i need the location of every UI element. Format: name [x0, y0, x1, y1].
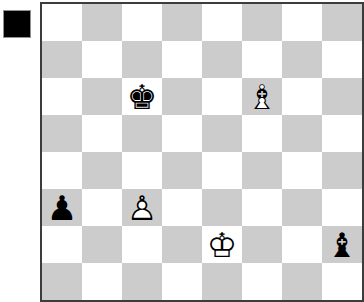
square-b8[interactable]: [82, 4, 122, 41]
square-f1[interactable]: [242, 263, 282, 300]
square-h7[interactable]: [322, 41, 362, 78]
square-c3[interactable]: ♟♙: [122, 189, 162, 226]
square-c5[interactable]: [122, 115, 162, 152]
square-g3[interactable]: [282, 189, 322, 226]
square-e6[interactable]: [202, 78, 242, 115]
square-h2[interactable]: ♝: [322, 226, 362, 263]
square-a2[interactable]: [42, 226, 82, 263]
square-f5[interactable]: [242, 115, 282, 152]
white-pawn-outline: ♙: [122, 189, 162, 226]
chess-diagram: ♚♝♗♟♟♙♚♔♝: [0, 0, 364, 302]
square-a6[interactable]: [42, 78, 82, 115]
square-e2[interactable]: ♚♔: [202, 226, 242, 263]
white-king-icon: ♚♔: [202, 226, 242, 263]
square-b4[interactable]: [82, 152, 122, 189]
white-bishop-icon: ♝♗: [242, 78, 282, 115]
square-d8[interactable]: [162, 4, 202, 41]
white-king-outline: ♔: [202, 226, 242, 263]
square-e3[interactable]: [202, 189, 242, 226]
square-a4[interactable]: [42, 152, 82, 189]
square-a1[interactable]: [42, 263, 82, 300]
black-pawn-icon: ♟: [42, 189, 82, 226]
square-d3[interactable]: [162, 189, 202, 226]
square-g7[interactable]: [282, 41, 322, 78]
square-b1[interactable]: [82, 263, 122, 300]
square-a8[interactable]: [42, 4, 82, 41]
square-d1[interactable]: [162, 263, 202, 300]
square-e1[interactable]: [202, 263, 242, 300]
square-f8[interactable]: [242, 4, 282, 41]
chess-board: ♚♝♗♟♟♙♚♔♝: [40, 2, 364, 302]
square-h5[interactable]: [322, 115, 362, 152]
square-f7[interactable]: [242, 41, 282, 78]
square-a7[interactable]: [42, 41, 82, 78]
square-g4[interactable]: [282, 152, 322, 189]
square-h1[interactable]: [322, 263, 362, 300]
square-e8[interactable]: [202, 4, 242, 41]
square-d4[interactable]: [162, 152, 202, 189]
square-g8[interactable]: [282, 4, 322, 41]
square-g2[interactable]: [282, 226, 322, 263]
white-pawn-icon: ♟♙: [122, 189, 162, 226]
square-d5[interactable]: [162, 115, 202, 152]
square-c1[interactable]: [122, 263, 162, 300]
square-d7[interactable]: [162, 41, 202, 78]
square-h4[interactable]: [322, 152, 362, 189]
square-d6[interactable]: [162, 78, 202, 115]
square-e7[interactable]: [202, 41, 242, 78]
black-bishop-icon: ♝: [322, 226, 362, 263]
square-f3[interactable]: [242, 189, 282, 226]
square-c2[interactable]: [122, 226, 162, 263]
square-a3[interactable]: ♟: [42, 189, 82, 226]
square-c4[interactable]: [122, 152, 162, 189]
square-e5[interactable]: [202, 115, 242, 152]
square-b6[interactable]: [82, 78, 122, 115]
square-g1[interactable]: [282, 263, 322, 300]
square-e4[interactable]: [202, 152, 242, 189]
square-h3[interactable]: [322, 189, 362, 226]
square-a5[interactable]: [42, 115, 82, 152]
black-king-icon: ♚: [122, 78, 162, 115]
square-f2[interactable]: [242, 226, 282, 263]
square-c6[interactable]: ♚: [122, 78, 162, 115]
square-g5[interactable]: [282, 115, 322, 152]
square-f6[interactable]: ♝♗: [242, 78, 282, 115]
square-d2[interactable]: [162, 226, 202, 263]
square-b7[interactable]: [82, 41, 122, 78]
white-bishop-outline: ♗: [242, 78, 282, 115]
square-f4[interactable]: [242, 152, 282, 189]
square-g6[interactable]: [282, 78, 322, 115]
square-c8[interactable]: [122, 4, 162, 41]
black-to-move-indicator: [3, 10, 31, 38]
square-b2[interactable]: [82, 226, 122, 263]
square-b5[interactable]: [82, 115, 122, 152]
square-c7[interactable]: [122, 41, 162, 78]
square-b3[interactable]: [82, 189, 122, 226]
square-h6[interactable]: [322, 78, 362, 115]
square-h8[interactable]: [322, 4, 362, 41]
